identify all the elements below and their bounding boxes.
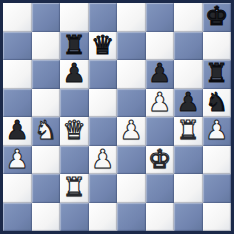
square-b3[interactable] bbox=[32, 146, 61, 175]
square-f4[interactable] bbox=[146, 117, 175, 146]
square-g8[interactable] bbox=[174, 3, 203, 32]
white-pawn-icon[interactable]: ♟ bbox=[91, 146, 114, 172]
square-h2[interactable] bbox=[203, 174, 232, 203]
square-d3[interactable]: ♟ bbox=[89, 146, 118, 175]
square-d4[interactable] bbox=[89, 117, 118, 146]
white-knight-icon[interactable]: ♞ bbox=[34, 117, 57, 143]
square-g5[interactable]: ♟ bbox=[174, 89, 203, 118]
white-pawn-icon[interactable]: ♟ bbox=[120, 117, 143, 143]
black-rook-icon[interactable]: ♜ bbox=[205, 60, 228, 86]
square-d8[interactable] bbox=[89, 3, 118, 32]
black-knight-icon[interactable]: ♞ bbox=[205, 89, 228, 115]
square-b1[interactable] bbox=[32, 203, 61, 232]
square-d7[interactable]: ♛ bbox=[89, 32, 118, 61]
square-f7[interactable] bbox=[146, 32, 175, 61]
white-rook-icon[interactable]: ♜ bbox=[177, 117, 200, 143]
square-e3[interactable] bbox=[117, 146, 146, 175]
square-b5[interactable] bbox=[32, 89, 61, 118]
square-f6[interactable]: ♟ bbox=[146, 60, 175, 89]
square-e2[interactable] bbox=[117, 174, 146, 203]
black-pawn-icon[interactable]: ♟ bbox=[6, 117, 29, 143]
black-king-icon[interactable]: ♚ bbox=[205, 3, 228, 29]
square-a7[interactable] bbox=[3, 32, 32, 61]
square-g4[interactable]: ♜ bbox=[174, 117, 203, 146]
square-h3[interactable] bbox=[203, 146, 232, 175]
black-rook-icon[interactable]: ♜ bbox=[63, 32, 86, 58]
square-e8[interactable] bbox=[117, 3, 146, 32]
square-g1[interactable] bbox=[174, 203, 203, 232]
square-d1[interactable] bbox=[89, 203, 118, 232]
square-e6[interactable] bbox=[117, 60, 146, 89]
square-f1[interactable] bbox=[146, 203, 175, 232]
white-pawn-icon[interactable]: ♟ bbox=[6, 146, 29, 172]
square-a2[interactable] bbox=[3, 174, 32, 203]
square-g3[interactable] bbox=[174, 146, 203, 175]
square-a4[interactable]: ♟ bbox=[3, 117, 32, 146]
chess-board: ♚♜♛♟♟♜♟♟♞♟♞♛♟♜♟♟♟♚♜ bbox=[0, 0, 234, 234]
square-a3[interactable]: ♟ bbox=[3, 146, 32, 175]
square-d5[interactable] bbox=[89, 89, 118, 118]
square-e4[interactable]: ♟ bbox=[117, 117, 146, 146]
square-h1[interactable] bbox=[203, 203, 232, 232]
square-b8[interactable] bbox=[32, 3, 61, 32]
black-pawn-icon[interactable]: ♟ bbox=[63, 60, 86, 86]
square-c2[interactable]: ♜ bbox=[60, 174, 89, 203]
square-c7[interactable]: ♜ bbox=[60, 32, 89, 61]
square-b4[interactable]: ♞ bbox=[32, 117, 61, 146]
square-f5[interactable]: ♟ bbox=[146, 89, 175, 118]
square-h4[interactable]: ♟ bbox=[203, 117, 232, 146]
black-pawn-icon[interactable]: ♟ bbox=[148, 60, 171, 86]
square-a6[interactable] bbox=[3, 60, 32, 89]
white-king-icon[interactable]: ♚ bbox=[148, 146, 171, 172]
square-c3[interactable] bbox=[60, 146, 89, 175]
square-b7[interactable] bbox=[32, 32, 61, 61]
square-d2[interactable] bbox=[89, 174, 118, 203]
square-c4[interactable]: ♛ bbox=[60, 117, 89, 146]
square-f8[interactable] bbox=[146, 3, 175, 32]
square-f3[interactable]: ♚ bbox=[146, 146, 175, 175]
square-h6[interactable]: ♜ bbox=[203, 60, 232, 89]
black-queen-icon[interactable]: ♛ bbox=[91, 32, 114, 58]
white-pawn-icon[interactable]: ♟ bbox=[205, 117, 228, 143]
square-e5[interactable] bbox=[117, 89, 146, 118]
square-f2[interactable] bbox=[146, 174, 175, 203]
square-b2[interactable] bbox=[32, 174, 61, 203]
square-c6[interactable]: ♟ bbox=[60, 60, 89, 89]
square-h8[interactable]: ♚ bbox=[203, 3, 232, 32]
square-g2[interactable] bbox=[174, 174, 203, 203]
square-a8[interactable] bbox=[3, 3, 32, 32]
square-c5[interactable] bbox=[60, 89, 89, 118]
square-d6[interactable] bbox=[89, 60, 118, 89]
square-a5[interactable] bbox=[3, 89, 32, 118]
square-e1[interactable] bbox=[117, 203, 146, 232]
square-e7[interactable] bbox=[117, 32, 146, 61]
square-h5[interactable]: ♞ bbox=[203, 89, 232, 118]
black-pawn-icon[interactable]: ♟ bbox=[177, 89, 200, 115]
square-g7[interactable] bbox=[174, 32, 203, 61]
square-a1[interactable] bbox=[3, 203, 32, 232]
square-g6[interactable] bbox=[174, 60, 203, 89]
square-c1[interactable] bbox=[60, 203, 89, 232]
square-b6[interactable] bbox=[32, 60, 61, 89]
square-c8[interactable] bbox=[60, 3, 89, 32]
white-rook-icon[interactable]: ♜ bbox=[63, 174, 86, 200]
white-queen-icon[interactable]: ♛ bbox=[63, 117, 86, 143]
square-h7[interactable] bbox=[203, 32, 232, 61]
white-pawn-icon[interactable]: ♟ bbox=[148, 89, 171, 115]
